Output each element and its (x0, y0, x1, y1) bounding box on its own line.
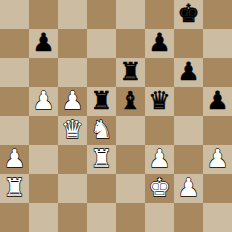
square-b7[interactable]: ♟ (29, 29, 58, 58)
square-g6[interactable]: ♟ (174, 58, 203, 87)
square-c6[interactable] (58, 58, 87, 87)
square-e8[interactable] (116, 0, 145, 29)
piece-black-bishop: ♝ (119, 87, 141, 115)
square-h6[interactable] (203, 58, 232, 87)
square-h2[interactable] (203, 174, 232, 203)
square-f7[interactable]: ♟ (145, 29, 174, 58)
square-f3[interactable]: ♟ (145, 145, 174, 174)
piece-white-pawn: ♟ (61, 87, 83, 115)
piece-black-rook: ♜ (119, 58, 141, 86)
square-e1[interactable] (116, 203, 145, 232)
piece-white-queen: ♛ (61, 116, 83, 144)
square-g4[interactable] (174, 116, 203, 145)
square-c7[interactable] (58, 29, 87, 58)
square-b5[interactable]: ♟ (29, 87, 58, 116)
piece-black-pawn: ♟ (177, 58, 199, 86)
piece-black-queen: ♛ (148, 87, 170, 115)
square-f5[interactable]: ♛ (145, 87, 174, 116)
square-d7[interactable] (87, 29, 116, 58)
square-a1[interactable] (0, 203, 29, 232)
square-c1[interactable] (58, 203, 87, 232)
square-g5[interactable] (174, 87, 203, 116)
square-h7[interactable] (203, 29, 232, 58)
piece-black-pawn: ♟ (148, 29, 170, 57)
square-c2[interactable] (58, 174, 87, 203)
square-a5[interactable] (0, 87, 29, 116)
square-c5[interactable]: ♟ (58, 87, 87, 116)
square-d5[interactable]: ♜ (87, 87, 116, 116)
piece-white-pawn: ♟ (177, 174, 199, 202)
square-d3[interactable]: ♜ (87, 145, 116, 174)
square-d6[interactable] (87, 58, 116, 87)
square-c4[interactable]: ♛ (58, 116, 87, 145)
piece-white-pawn: ♟ (206, 145, 228, 173)
square-a3[interactable]: ♟ (0, 145, 29, 174)
square-f8[interactable] (145, 0, 174, 29)
piece-black-rook: ♜ (90, 87, 112, 115)
square-g8[interactable]: ♚ (174, 0, 203, 29)
piece-white-knight: ♞ (90, 116, 112, 144)
square-f6[interactable] (145, 58, 174, 87)
square-g2[interactable]: ♟ (174, 174, 203, 203)
square-e6[interactable]: ♜ (116, 58, 145, 87)
piece-white-pawn: ♟ (148, 145, 170, 173)
square-e3[interactable] (116, 145, 145, 174)
square-h3[interactable]: ♟ (203, 145, 232, 174)
square-e4[interactable] (116, 116, 145, 145)
chess-board: ♚♟♟♜♟♟♟♜♝♛♟♛♞♟♜♟♟♜♚♟ (0, 0, 232, 232)
square-b8[interactable] (29, 0, 58, 29)
square-h8[interactable] (203, 0, 232, 29)
square-f2[interactable]: ♚ (145, 174, 174, 203)
square-h5[interactable]: ♟ (203, 87, 232, 116)
square-h4[interactable] (203, 116, 232, 145)
square-b3[interactable] (29, 145, 58, 174)
square-f1[interactable] (145, 203, 174, 232)
piece-white-rook: ♜ (90, 145, 112, 173)
square-c3[interactable] (58, 145, 87, 174)
square-a6[interactable] (0, 58, 29, 87)
square-a2[interactable]: ♜ (0, 174, 29, 203)
piece-white-king: ♚ (148, 174, 170, 202)
square-d4[interactable]: ♞ (87, 116, 116, 145)
square-d8[interactable] (87, 0, 116, 29)
square-b6[interactable] (29, 58, 58, 87)
square-a4[interactable] (0, 116, 29, 145)
square-b1[interactable] (29, 203, 58, 232)
square-a7[interactable] (0, 29, 29, 58)
piece-black-pawn: ♟ (32, 29, 54, 57)
square-g7[interactable] (174, 29, 203, 58)
square-e5[interactable]: ♝ (116, 87, 145, 116)
square-f4[interactable] (145, 116, 174, 145)
piece-black-king: ♚ (177, 0, 199, 28)
square-d2[interactable] (87, 174, 116, 203)
square-g1[interactable] (174, 203, 203, 232)
piece-white-pawn: ♟ (32, 87, 54, 115)
square-c8[interactable] (58, 0, 87, 29)
square-g3[interactable] (174, 145, 203, 174)
square-d1[interactable] (87, 203, 116, 232)
square-a8[interactable] (0, 0, 29, 29)
square-e2[interactable] (116, 174, 145, 203)
square-h1[interactable] (203, 203, 232, 232)
square-b4[interactable] (29, 116, 58, 145)
piece-white-rook: ♜ (3, 174, 25, 202)
piece-white-pawn: ♟ (3, 145, 25, 173)
square-e7[interactable] (116, 29, 145, 58)
square-b2[interactable] (29, 174, 58, 203)
piece-black-pawn: ♟ (206, 87, 228, 115)
